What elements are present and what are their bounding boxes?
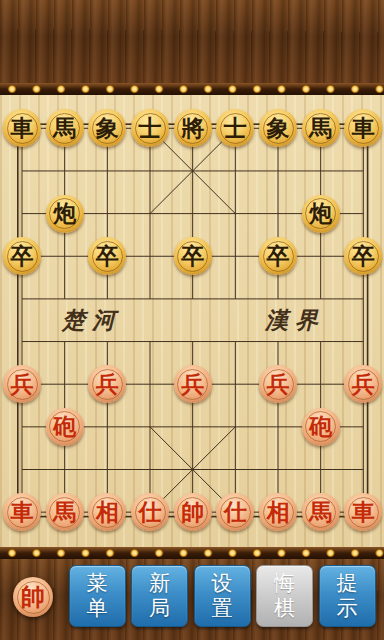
button-label-char: 单: [87, 596, 108, 621]
studded-rail-top: [0, 83, 384, 95]
red-piece-車[interactable]: 車: [3, 493, 41, 531]
red-piece-砲[interactable]: 砲: [302, 408, 340, 446]
red-piece-馬[interactable]: 馬: [46, 493, 84, 531]
button-label-char: 新: [149, 571, 170, 596]
black-piece-卒[interactable]: 卒: [259, 237, 297, 275]
red-piece-帥[interactable]: 帥: [174, 493, 212, 531]
red-piece-相[interactable]: 相: [259, 493, 297, 531]
xiangqi-board[interactable]: 楚河 漢界 車馬象士將士象馬車炮炮卒卒卒卒卒兵兵兵兵兵砲砲車馬相仕帥仕相馬車: [0, 95, 384, 547]
black-piece-馬[interactable]: 馬: [302, 109, 340, 147]
button-label-char: 菜: [87, 571, 108, 596]
button-label-char: 示: [337, 596, 358, 621]
button-label-char: 局: [149, 596, 170, 621]
red-piece-兵[interactable]: 兵: [259, 365, 297, 403]
menu-button[interactable]: 菜单: [69, 565, 126, 627]
button-label-char: 棋: [274, 596, 295, 621]
xiangqi-app: 楚河 漢界 車馬象士將士象馬車炮炮卒卒卒卒卒兵兵兵兵兵砲砲車馬相仕帥仕相馬車 帥…: [0, 0, 384, 640]
button-label-char: 提: [337, 571, 358, 596]
button-label-char: 设: [212, 571, 233, 596]
red-piece-馬[interactable]: 馬: [302, 493, 340, 531]
button-label-char: 悔: [274, 571, 295, 596]
black-piece-將[interactable]: 將: [174, 109, 212, 147]
black-piece-炮[interactable]: 炮: [302, 195, 340, 233]
top-wood-frame: [0, 0, 384, 83]
studded-rail-bottom: [0, 547, 384, 559]
new-game-button[interactable]: 新局: [131, 565, 188, 627]
hint-button[interactable]: 提示: [319, 565, 376, 627]
undo-button[interactable]: 悔棋: [256, 565, 313, 627]
red-piece-砲[interactable]: 砲: [46, 408, 84, 446]
black-piece-卒[interactable]: 卒: [3, 237, 41, 275]
red-piece-仕[interactable]: 仕: [131, 493, 169, 531]
black-piece-馬[interactable]: 馬: [46, 109, 84, 147]
red-piece-兵[interactable]: 兵: [174, 365, 212, 403]
settings-button[interactable]: 设置: [194, 565, 251, 627]
black-piece-炮[interactable]: 炮: [46, 195, 84, 233]
turn-indicator-red-general: 帥: [13, 577, 53, 617]
river-label-han-jie: 漢界: [255, 304, 335, 336]
red-piece-兵[interactable]: 兵: [3, 365, 41, 403]
river-label-chu-he: 楚河: [52, 304, 132, 336]
button-label-char: 置: [212, 596, 233, 621]
black-piece-卒[interactable]: 卒: [174, 237, 212, 275]
